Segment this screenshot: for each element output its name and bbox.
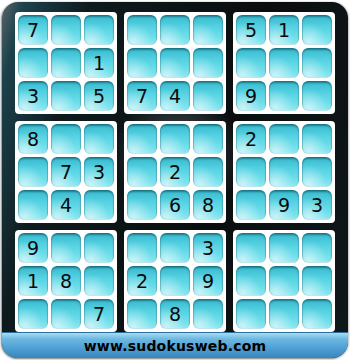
- cell-r5c6[interactable]: [193, 157, 223, 187]
- cell-r2c9[interactable]: [302, 48, 332, 78]
- cell-r5c8[interactable]: [269, 157, 299, 187]
- cell-r5c4[interactable]: [127, 157, 157, 187]
- cell-r3c4[interactable]: 7: [127, 81, 157, 111]
- box-1-1: 7135: [15, 12, 117, 114]
- cell-r5c1[interactable]: [18, 157, 48, 187]
- cell-r1c5[interactable]: [160, 15, 190, 45]
- cell-r6c8[interactable]: 9: [269, 190, 299, 220]
- cell-r3c3[interactable]: 5: [84, 81, 114, 111]
- cell-r5c2[interactable]: 7: [51, 157, 81, 187]
- cell-r4c9[interactable]: [302, 124, 332, 154]
- cell-r3c6[interactable]: [193, 81, 223, 111]
- box-2-1: 8734: [15, 121, 117, 223]
- cell-r7c9[interactable]: [302, 233, 332, 263]
- cell-r2c3[interactable]: 1: [84, 48, 114, 78]
- cell-r8c1[interactable]: 1: [18, 266, 48, 296]
- cell-r5c3[interactable]: 3: [84, 157, 114, 187]
- cell-r1c6[interactable]: [193, 15, 223, 45]
- page: 713574519873426829391873298 www.sudokusw…: [0, 0, 350, 360]
- cell-r3c8[interactable]: [269, 81, 299, 111]
- cell-r4c1[interactable]: 8: [18, 124, 48, 154]
- footer-bar: www.sudokusweb.com: [2, 332, 348, 358]
- cell-r8c3[interactable]: [84, 266, 114, 296]
- cell-r8c4[interactable]: 2: [127, 266, 157, 296]
- cell-r9c3[interactable]: 7: [84, 299, 114, 329]
- cell-r2c6[interactable]: [193, 48, 223, 78]
- cell-r8c7[interactable]: [236, 266, 266, 296]
- cell-r7c6[interactable]: 3: [193, 233, 223, 263]
- cell-r6c4[interactable]: [127, 190, 157, 220]
- cell-r6c9[interactable]: 3: [302, 190, 332, 220]
- cell-r9c5[interactable]: 8: [160, 299, 190, 329]
- cell-r1c8[interactable]: 1: [269, 15, 299, 45]
- cell-r3c1[interactable]: 3: [18, 81, 48, 111]
- cell-r2c4[interactable]: [127, 48, 157, 78]
- cell-r1c3[interactable]: [84, 15, 114, 45]
- cell-r3c2[interactable]: [51, 81, 81, 111]
- cell-r7c3[interactable]: [84, 233, 114, 263]
- cell-r4c3[interactable]: [84, 124, 114, 154]
- cell-r5c9[interactable]: [302, 157, 332, 187]
- cell-r8c5[interactable]: [160, 266, 190, 296]
- cell-r9c7[interactable]: [236, 299, 266, 329]
- cell-r7c5[interactable]: [160, 233, 190, 263]
- cell-r7c8[interactable]: [269, 233, 299, 263]
- cell-r3c5[interactable]: 4: [160, 81, 190, 111]
- cell-r7c7[interactable]: [236, 233, 266, 263]
- sudoku-board: 713574519873426829391873298: [2, 2, 348, 332]
- cell-r2c8[interactable]: [269, 48, 299, 78]
- site-link[interactable]: www.sudokusweb.com: [84, 338, 267, 354]
- cell-r9c4[interactable]: [127, 299, 157, 329]
- cell-r1c9[interactable]: [302, 15, 332, 45]
- cell-r5c5[interactable]: 2: [160, 157, 190, 187]
- box-1-2: 74: [124, 12, 226, 114]
- box-2-2: 268: [124, 121, 226, 223]
- cell-r7c1[interactable]: 9: [18, 233, 48, 263]
- cell-r6c7[interactable]: [236, 190, 266, 220]
- cell-r7c4[interactable]: [127, 233, 157, 263]
- box-3-2: 3298: [124, 230, 226, 332]
- cell-r7c2[interactable]: [51, 233, 81, 263]
- cell-r6c3[interactable]: [84, 190, 114, 220]
- cell-r9c1[interactable]: [18, 299, 48, 329]
- cell-r4c5[interactable]: [160, 124, 190, 154]
- board-frame: 713574519873426829391873298 www.sudokusw…: [2, 2, 348, 358]
- cell-r6c6[interactable]: 8: [193, 190, 223, 220]
- cell-r2c2[interactable]: [51, 48, 81, 78]
- cell-r6c5[interactable]: 6: [160, 190, 190, 220]
- box-3-3: [233, 230, 335, 332]
- cell-r2c5[interactable]: [160, 48, 190, 78]
- cell-r6c1[interactable]: [18, 190, 48, 220]
- cell-r8c6[interactable]: 9: [193, 266, 223, 296]
- box-1-3: 519: [233, 12, 335, 114]
- cell-r2c1[interactable]: [18, 48, 48, 78]
- cell-r9c9[interactable]: [302, 299, 332, 329]
- cell-r6c2[interactable]: 4: [51, 190, 81, 220]
- cell-r4c4[interactable]: [127, 124, 157, 154]
- cell-r8c9[interactable]: [302, 266, 332, 296]
- cell-r4c8[interactable]: [269, 124, 299, 154]
- cell-r9c8[interactable]: [269, 299, 299, 329]
- cell-r8c8[interactable]: [269, 266, 299, 296]
- cell-r8c2[interactable]: 8: [51, 266, 81, 296]
- cell-r4c7[interactable]: 2: [236, 124, 266, 154]
- cell-r4c2[interactable]: [51, 124, 81, 154]
- cell-r3c9[interactable]: [302, 81, 332, 111]
- cell-r4c6[interactable]: [193, 124, 223, 154]
- box-2-3: 293: [233, 121, 335, 223]
- cell-r1c1[interactable]: 7: [18, 15, 48, 45]
- cell-r5c7[interactable]: [236, 157, 266, 187]
- cell-r1c7[interactable]: 5: [236, 15, 266, 45]
- cell-r9c6[interactable]: [193, 299, 223, 329]
- cell-r2c7[interactable]: [236, 48, 266, 78]
- cell-r3c7[interactable]: 9: [236, 81, 266, 111]
- cell-r9c2[interactable]: [51, 299, 81, 329]
- box-3-1: 9187: [15, 230, 117, 332]
- cell-r1c4[interactable]: [127, 15, 157, 45]
- cell-r1c2[interactable]: [51, 15, 81, 45]
